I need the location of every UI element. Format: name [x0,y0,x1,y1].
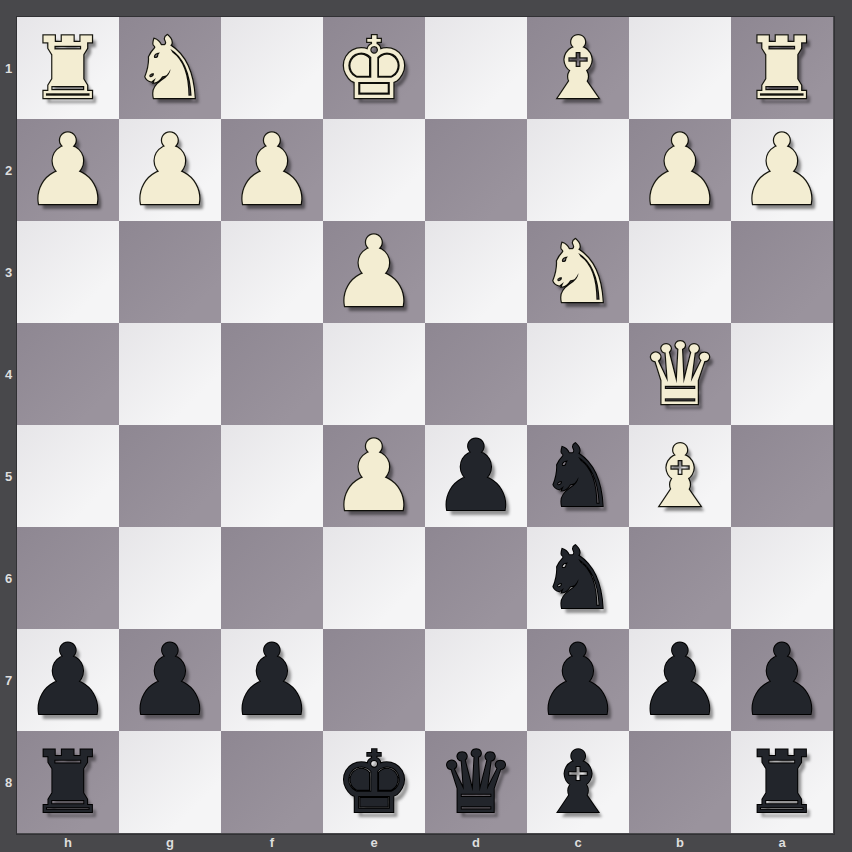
piece-black-pawn[interactable]: ♟ [126,631,214,729]
file-label-h: h [17,833,119,852]
piece-white-pawn[interactable]: ♟ [636,121,724,219]
piece-black-pawn[interactable]: ♟ [738,631,826,729]
square-f3[interactable] [221,221,323,323]
piece-black-pawn[interactable]: ♟ [636,631,724,729]
square-h6[interactable] [17,527,119,629]
square-g3[interactable] [119,221,221,323]
piece-white-pawn[interactable]: ♟ [126,121,214,219]
square-c6[interactable]: ♞ [527,527,629,629]
piece-white-pawn[interactable]: ♟ [330,223,418,321]
square-d6[interactable] [425,527,527,629]
piece-white-queen[interactable]: ♛ [641,331,718,417]
square-c5[interactable]: ♞ [527,425,629,527]
piece-black-rook[interactable]: ♜ [29,739,106,825]
square-c8[interactable]: ♝ [527,731,629,833]
board-frame [833,0,852,17]
piece-black-knight[interactable]: ♞ [539,433,616,519]
square-b1[interactable] [629,17,731,119]
square-f7[interactable]: ♟ [221,629,323,731]
square-a6[interactable] [731,527,833,629]
square-e7[interactable] [323,629,425,731]
piece-white-pawn[interactable]: ♟ [738,121,826,219]
rank-label-2: 2 [0,119,17,221]
square-h8[interactable]: ♜ [17,731,119,833]
file-label-e: e [323,833,425,852]
piece-black-king[interactable]: ♚ [335,739,412,825]
board-frame [527,0,629,17]
square-e1[interactable]: ♚ [323,17,425,119]
square-h4[interactable] [17,323,119,425]
square-a2[interactable]: ♟ [731,119,833,221]
piece-white-king[interactable]: ♚ [335,25,412,111]
square-g5[interactable] [119,425,221,527]
file-label-d: d [425,833,527,852]
piece-white-pawn[interactable]: ♟ [330,427,418,525]
piece-white-rook[interactable]: ♜ [743,25,820,111]
board-frame [425,0,527,17]
square-b5[interactable]: ♝ [629,425,731,527]
rank-label-4: 4 [0,323,17,425]
square-c4[interactable] [527,323,629,425]
square-b7[interactable]: ♟ [629,629,731,731]
file-label-a: a [731,833,833,852]
piece-black-pawn[interactable]: ♟ [432,427,520,525]
square-e3[interactable]: ♟ [323,221,425,323]
piece-white-bishop[interactable]: ♝ [539,25,616,111]
board-frame [119,0,221,17]
board-frame [833,629,852,731]
square-g6[interactable] [119,527,221,629]
square-d4[interactable] [425,323,527,425]
square-a4[interactable] [731,323,833,425]
square-e6[interactable] [323,527,425,629]
board-frame [833,17,852,119]
file-label-g: g [119,833,221,852]
board-frame [221,0,323,17]
square-b3[interactable] [629,221,731,323]
piece-white-pawn[interactable]: ♟ [228,121,316,219]
square-d2[interactable] [425,119,527,221]
piece-black-pawn[interactable]: ♟ [534,631,622,729]
file-label-b: b [629,833,731,852]
board-frame [833,221,852,323]
square-c7[interactable]: ♟ [527,629,629,731]
square-g4[interactable] [119,323,221,425]
square-c3[interactable]: ♞ [527,221,629,323]
square-e2[interactable] [323,119,425,221]
rank-label-8: 8 [0,731,17,833]
square-f1[interactable] [221,17,323,119]
square-f6[interactable] [221,527,323,629]
piece-black-rook[interactable]: ♜ [743,739,820,825]
square-b6[interactable] [629,527,731,629]
board-frame [0,0,17,17]
square-h7[interactable]: ♟ [17,629,119,731]
square-e5[interactable]: ♟ [323,425,425,527]
file-label-c: c [527,833,629,852]
board-frame [731,0,833,17]
piece-black-pawn[interactable]: ♟ [24,631,112,729]
square-f8[interactable] [221,731,323,833]
square-d7[interactable] [425,629,527,731]
square-e4[interactable] [323,323,425,425]
square-g2[interactable]: ♟ [119,119,221,221]
piece-black-pawn[interactable]: ♟ [228,631,316,729]
square-h5[interactable] [17,425,119,527]
file-label-f: f [221,833,323,852]
board-frame [17,0,119,17]
board-frame [629,0,731,17]
square-d1[interactable] [425,17,527,119]
square-b8[interactable] [629,731,731,833]
square-b2[interactable]: ♟ [629,119,731,221]
square-c2[interactable] [527,119,629,221]
board-frame [0,833,17,852]
square-g8[interactable] [119,731,221,833]
square-d8[interactable]: ♛ [425,731,527,833]
square-a5[interactable] [731,425,833,527]
board-frame [323,0,425,17]
square-g7[interactable]: ♟ [119,629,221,731]
square-c1[interactable]: ♝ [527,17,629,119]
square-a3[interactable] [731,221,833,323]
rank-label-3: 3 [0,221,17,323]
rank-label-7: 7 [0,629,17,731]
board-frame [833,527,852,629]
square-d3[interactable] [425,221,527,323]
square-a8[interactable]: ♜ [731,731,833,833]
square-f4[interactable] [221,323,323,425]
board-frame [833,731,852,833]
piece-white-knight[interactable]: ♞ [539,229,616,315]
square-a1[interactable]: ♜ [731,17,833,119]
piece-black-queen[interactable]: ♛ [437,739,514,825]
board-frame [833,833,852,852]
square-h2[interactable]: ♟ [17,119,119,221]
piece-black-knight[interactable]: ♞ [539,535,616,621]
piece-white-pawn[interactable]: ♟ [24,121,112,219]
square-a7[interactable]: ♟ [731,629,833,731]
piece-black-bishop[interactable]: ♝ [539,739,616,825]
square-b4[interactable]: ♛ [629,323,731,425]
chess-board: 1♜♞♚♝♜2♟♟♟♟♟3♟♞4♛5♟♟♞♝6♞7♟♟♟♟♟♟8♜♚♛♝♜hgf… [0,0,852,852]
rank-label-5: 5 [0,425,17,527]
board-frame [833,119,852,221]
rank-label-6: 6 [0,527,17,629]
square-f5[interactable] [221,425,323,527]
square-d5[interactable]: ♟ [425,425,527,527]
board-frame [833,323,852,425]
board-frame [833,425,852,527]
rank-label-1: 1 [0,17,17,119]
square-h1[interactable]: ♜ [17,17,119,119]
square-g1[interactable]: ♞ [119,17,221,119]
piece-white-rook[interactable]: ♜ [29,25,106,111]
square-e8[interactable]: ♚ [323,731,425,833]
square-h3[interactable] [17,221,119,323]
piece-white-bishop[interactable]: ♝ [641,433,718,519]
piece-white-knight[interactable]: ♞ [131,25,208,111]
square-f2[interactable]: ♟ [221,119,323,221]
